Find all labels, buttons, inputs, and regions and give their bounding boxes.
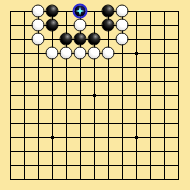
stone-black[interactable]	[88, 33, 101, 46]
stone-marked-black[interactable]	[73, 4, 88, 19]
go-diagram	[0, 0, 190, 190]
stone-white[interactable]	[102, 47, 115, 60]
star-point	[135, 136, 138, 139]
stone-black[interactable]	[74, 33, 87, 46]
stone-white[interactable]	[116, 5, 129, 18]
stone-black[interactable]	[102, 5, 115, 18]
stone-white[interactable]	[88, 47, 101, 60]
go-board[interactable]	[10, 11, 179, 180]
star-point	[51, 136, 54, 139]
star-point	[93, 94, 96, 97]
stone-white[interactable]	[74, 19, 87, 32]
stone-black[interactable]	[60, 33, 73, 46]
stone-white[interactable]	[32, 5, 45, 18]
star-point	[135, 52, 138, 55]
stone-black[interactable]	[102, 19, 115, 32]
stone-white[interactable]	[116, 19, 129, 32]
stone-white[interactable]	[116, 33, 129, 46]
stone-black[interactable]	[46, 5, 59, 18]
stone-black[interactable]	[46, 19, 59, 32]
stone-white[interactable]	[46, 47, 59, 60]
last-move-marker-icon	[76, 7, 85, 16]
stone-white[interactable]	[74, 47, 87, 60]
stone-white[interactable]	[60, 47, 73, 60]
stone-white[interactable]	[32, 19, 45, 32]
stone-white[interactable]	[32, 33, 45, 46]
